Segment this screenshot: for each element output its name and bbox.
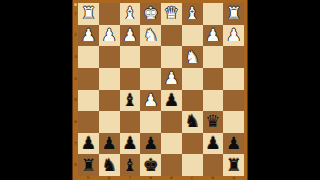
file-label-a: a <box>223 176 244 180</box>
square-a7[interactable]: ♟ <box>223 133 244 155</box>
file-label-g: g <box>99 176 120 180</box>
square-d5[interactable]: ♟ <box>161 90 182 112</box>
white-pawn-icon: ♟ <box>205 26 220 43</box>
file-label-h: h <box>78 176 99 180</box>
square-c4[interactable] <box>182 68 203 90</box>
white-bishop-icon: ♝ <box>122 5 137 22</box>
square-h2[interactable]: ♟ <box>78 25 99 47</box>
square-g8[interactable]: ♞ <box>99 154 120 176</box>
square-h6[interactable] <box>78 111 99 133</box>
square-a5[interactable] <box>223 90 244 112</box>
square-g1[interactable] <box>99 3 120 25</box>
black-pawn-icon: ♟ <box>143 135 158 152</box>
square-b6[interactable]: ♛ <box>203 111 224 133</box>
square-g6[interactable] <box>99 111 120 133</box>
square-d2[interactable] <box>161 25 182 47</box>
square-e5[interactable]: ♟ <box>140 90 161 112</box>
square-b7[interactable]: ♟ <box>203 133 224 155</box>
square-d4[interactable]: ♟ <box>161 68 182 90</box>
chessboard: ♜♝♚♛♝♜♟♟♟♞♟♟♞♟♝♟♟♞♛♟♟♟♟♟♟♜♞♝♚♜ <box>78 3 244 176</box>
square-b5[interactable] <box>203 90 224 112</box>
square-g5[interactable] <box>99 90 120 112</box>
black-pawn-icon: ♟ <box>226 135 241 152</box>
white-knight-icon: ♞ <box>143 26 158 43</box>
screenshot-canvas: 12345678 ♜♝♚♛♝♜♟♟♟♞♟♟♞♟♝♟♟♞♛♟♟♟♟♟♟♜♞♝♚♜ … <box>0 0 320 180</box>
square-b2[interactable]: ♟ <box>203 25 224 47</box>
black-pawn-icon: ♟ <box>205 135 220 152</box>
square-a3[interactable] <box>223 46 244 68</box>
file-label-c: c <box>182 176 203 180</box>
white-pawn-icon: ♟ <box>102 26 117 43</box>
square-a2[interactable]: ♟ <box>223 25 244 47</box>
file-label-f: f <box>120 176 141 180</box>
square-b1[interactable] <box>203 3 224 25</box>
square-e7[interactable]: ♟ <box>140 133 161 155</box>
square-g4[interactable] <box>99 68 120 90</box>
white-bishop-icon: ♝ <box>185 5 200 22</box>
square-g3[interactable] <box>99 46 120 68</box>
square-e6[interactable] <box>140 111 161 133</box>
square-e3[interactable] <box>140 46 161 68</box>
black-knight-icon: ♞ <box>102 156 117 173</box>
square-f5[interactable]: ♝ <box>120 90 141 112</box>
square-e2[interactable]: ♞ <box>140 25 161 47</box>
black-pawn-icon: ♟ <box>102 135 117 152</box>
square-a6[interactable] <box>223 111 244 133</box>
black-pawn-icon: ♟ <box>122 135 137 152</box>
square-c6[interactable]: ♞ <box>182 111 203 133</box>
black-rook-icon: ♜ <box>226 156 241 173</box>
white-pawn-icon: ♟ <box>122 26 137 43</box>
square-h8[interactable]: ♜ <box>78 154 99 176</box>
white-pawn-icon: ♟ <box>81 26 96 43</box>
square-c8[interactable] <box>182 154 203 176</box>
square-h3[interactable] <box>78 46 99 68</box>
white-pawn-icon: ♟ <box>143 91 158 108</box>
square-f7[interactable]: ♟ <box>120 133 141 155</box>
square-f2[interactable]: ♟ <box>120 25 141 47</box>
square-h7[interactable]: ♟ <box>78 133 99 155</box>
square-e1[interactable]: ♚ <box>140 3 161 25</box>
square-b8[interactable] <box>203 154 224 176</box>
white-knight-icon: ♞ <box>185 48 200 65</box>
black-pawn-icon: ♟ <box>81 135 96 152</box>
black-bishop-icon: ♝ <box>122 91 137 108</box>
square-a8[interactable]: ♜ <box>223 154 244 176</box>
white-king-icon: ♚ <box>143 5 158 22</box>
square-h1[interactable]: ♜ <box>78 3 99 25</box>
square-d7[interactable] <box>161 133 182 155</box>
file-label-e: e <box>140 176 161 180</box>
square-d1[interactable]: ♛ <box>161 3 182 25</box>
square-c2[interactable] <box>182 25 203 47</box>
black-pawn-icon: ♟ <box>164 91 179 108</box>
black-bishop-icon: ♝ <box>122 156 137 173</box>
file-label-b: b <box>203 176 224 180</box>
square-a1[interactable]: ♜ <box>223 3 244 25</box>
square-f6[interactable] <box>120 111 141 133</box>
square-h5[interactable] <box>78 90 99 112</box>
square-c5[interactable] <box>182 90 203 112</box>
square-d8[interactable] <box>161 154 182 176</box>
black-queen-icon: ♛ <box>205 113 220 130</box>
square-b4[interactable] <box>203 68 224 90</box>
black-rook-icon: ♜ <box>81 156 96 173</box>
white-pawn-icon: ♟ <box>226 26 241 43</box>
black-knight-icon: ♞ <box>185 113 200 130</box>
square-e8[interactable]: ♚ <box>140 154 161 176</box>
square-b3[interactable] <box>203 46 224 68</box>
square-e4[interactable] <box>140 68 161 90</box>
square-d6[interactable] <box>161 111 182 133</box>
square-c7[interactable] <box>182 133 203 155</box>
chessboard-frame: 12345678 ♜♝♚♛♝♜♟♟♟♞♟♟♞♟♝♟♟♞♛♟♟♟♟♟♟♜♞♝♚♜ … <box>72 0 248 180</box>
square-h4[interactable] <box>78 68 99 90</box>
white-pawn-icon: ♟ <box>164 70 179 87</box>
square-f1[interactable]: ♝ <box>120 3 141 25</box>
file-label-d: d <box>161 176 182 180</box>
file-labels-row: hgfedcba <box>78 176 244 180</box>
square-c1[interactable]: ♝ <box>182 3 203 25</box>
square-a4[interactable] <box>223 68 244 90</box>
white-rook-icon: ♜ <box>81 5 96 22</box>
square-d3[interactable] <box>161 46 182 68</box>
square-c3[interactable]: ♞ <box>182 46 203 68</box>
black-king-icon: ♚ <box>143 156 158 173</box>
square-f8[interactable]: ♝ <box>120 154 141 176</box>
square-g7[interactable]: ♟ <box>99 133 120 155</box>
square-f3[interactable] <box>120 46 141 68</box>
white-rook-icon: ♜ <box>226 5 241 22</box>
square-g2[interactable]: ♟ <box>99 25 120 47</box>
white-queen-icon: ♛ <box>164 5 179 22</box>
square-f4[interactable] <box>120 68 141 90</box>
